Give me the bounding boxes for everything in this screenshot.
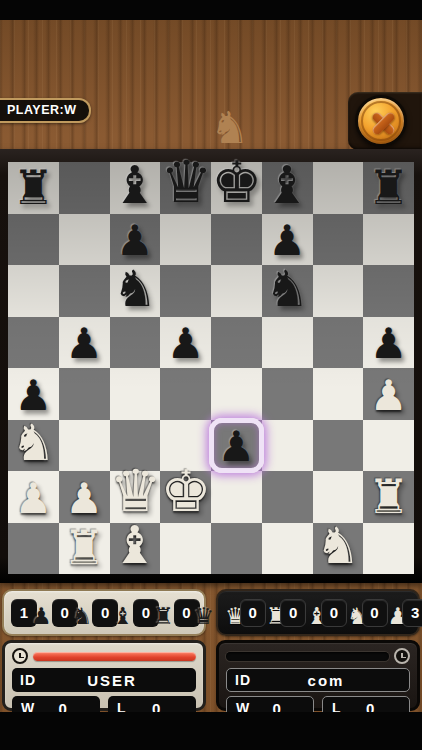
user-id-box: ID USER (12, 668, 196, 692)
square-c4[interactable] (110, 368, 161, 420)
square-a7[interactable] (8, 214, 59, 266)
square-c5[interactable] (110, 317, 161, 369)
square-g7[interactable] (313, 214, 364, 266)
user-name: USER (36, 672, 188, 689)
piece-white-n-a3[interactable]: ♞ (8, 418, 59, 468)
square-f1[interactable] (262, 523, 313, 575)
piece-black-n-f6[interactable]: ♞ (262, 264, 313, 314)
com-id-box: ID com (226, 668, 410, 692)
rook-icon: ♜ (153, 605, 174, 628)
captured-pawn-counter: ♟3 (388, 597, 422, 628)
piece-white-q-c2[interactable]: ♛ (110, 462, 161, 520)
piece-white-r-h2[interactable]: ♜ (363, 473, 414, 520)
square-h1[interactable] (363, 523, 414, 575)
square-f3[interactable] (262, 420, 313, 472)
captured-bishop-counter: 0♝ (92, 597, 133, 628)
captured-pawn-counter: 1♟ (11, 597, 52, 628)
square-h3[interactable] (363, 420, 414, 472)
piece-black-b-f8[interactable]: ♝ (262, 159, 313, 211)
square-d1[interactable] (160, 523, 211, 575)
captured-white-pieces-tray: ♛0♜0♝0♞0♟3 (216, 589, 420, 636)
square-h7[interactable] (363, 214, 414, 266)
captured-pawn-count: 3 (402, 599, 422, 627)
captured-rook-counter: 0♜ (133, 597, 174, 628)
square-b7[interactable] (59, 214, 110, 266)
captured-rook-count: 0 (280, 599, 306, 627)
square-d4[interactable] (160, 368, 211, 420)
captured-queen-counter: ♛0 (225, 597, 266, 628)
piece-black-p-f7[interactable]: ♟ (262, 220, 313, 262)
piece-white-r-b1[interactable]: ♜ (59, 524, 110, 571)
com-id-label: ID (235, 672, 251, 688)
piece-black-n-c6[interactable]: ♞ (110, 264, 161, 314)
square-f5[interactable] (262, 317, 313, 369)
user-id-label: ID (20, 672, 36, 688)
piece-black-q-d8[interactable]: ♛ (160, 153, 211, 211)
user-player-panel: ID USER W 0 L 0 (2, 640, 206, 711)
square-e1[interactable] (211, 523, 262, 575)
captured-knight-count: 0 (362, 599, 388, 627)
close-button[interactable] (355, 95, 407, 147)
piece-white-b-c1[interactable]: ♝ (110, 519, 161, 571)
captured-knight-counter: ♞0 (347, 597, 388, 628)
piece-white-n-g1[interactable]: ♞ (313, 521, 364, 571)
app-screen: PLAYER:W ♞ ♜♝♛♚♝♜♟♟♞♞♟♟♟♟♟♞♟♟♟♛♚♜♜♝♞ 1♟0… (0, 0, 422, 750)
chess-board[interactable]: ♜♝♛♚♝♜♟♟♞♞♟♟♟♟♟♞♟♟♟♛♚♜♜♝♞ (8, 162, 414, 574)
square-g3[interactable] (313, 420, 364, 472)
piece-black-r-a8[interactable]: ♜ (8, 164, 59, 211)
com-name: com (251, 672, 401, 689)
piece-black-p-a4[interactable]: ♟ (8, 375, 59, 417)
square-e7[interactable] (211, 214, 262, 266)
square-f4[interactable] (262, 368, 313, 420)
piece-black-r-h8[interactable]: ♜ (363, 164, 414, 211)
piece-black-p-e3[interactable]: ♟ (211, 426, 262, 468)
piece-white-p-h4[interactable]: ♟ (363, 375, 414, 417)
square-b3[interactable] (59, 420, 110, 472)
square-b4[interactable] (59, 368, 110, 420)
knight-icon: ♞ (72, 605, 93, 628)
captured-black-pieces-tray: 1♟0♞0♝0♜0♛ (2, 589, 206, 636)
piece-white-p-a2[interactable]: ♟ (8, 478, 59, 520)
piece-white-k-d2[interactable]: ♚ (160, 463, 211, 520)
clock-icon (12, 648, 28, 664)
square-a5[interactable] (8, 317, 59, 369)
square-g6[interactable] (313, 265, 364, 317)
square-g8[interactable] (313, 162, 364, 214)
square-h6[interactable] (363, 265, 414, 317)
square-d6[interactable] (160, 265, 211, 317)
piece-black-k-e8[interactable]: ♚ (211, 154, 262, 211)
square-e2[interactable] (211, 471, 262, 523)
square-g5[interactable] (313, 317, 364, 369)
piece-black-p-h5[interactable]: ♟ (363, 323, 414, 365)
captured-queen-count: 0 (240, 599, 266, 627)
queen-icon: ♛ (194, 605, 215, 628)
square-a1[interactable] (8, 523, 59, 575)
bishop-icon: ♝ (112, 605, 133, 628)
piece-black-p-c7[interactable]: ♟ (110, 220, 161, 262)
player-color-badge: PLAYER:W (0, 98, 91, 123)
square-e6[interactable] (211, 265, 262, 317)
com-time-bar (226, 652, 389, 661)
square-e5[interactable] (211, 317, 262, 369)
square-g2[interactable] (313, 471, 364, 523)
board-frame: ♜♝♛♚♝♜♟♟♞♞♟♟♟♟♟♞♟♟♟♛♚♜♜♝♞ (0, 149, 422, 583)
top-black-bar (0, 0, 422, 20)
square-b6[interactable] (59, 265, 110, 317)
square-a6[interactable] (8, 265, 59, 317)
piece-black-b-c8[interactable]: ♝ (110, 159, 161, 211)
piece-black-p-b5[interactable]: ♟ (59, 323, 110, 365)
user-time-bar (33, 652, 196, 661)
pawn-icon: ♟ (31, 605, 52, 628)
wooden-knight-decor-icon: ♞ (210, 106, 249, 150)
piece-white-p-b2[interactable]: ♟ (59, 478, 110, 520)
captured-bishop-counter: ♝0 (306, 597, 347, 628)
clock-icon (394, 648, 410, 664)
captured-queen-counter: 0♛ (174, 597, 215, 628)
com-player-panel: ID com W 0 L 0 (216, 640, 420, 711)
square-d7[interactable] (160, 214, 211, 266)
square-e4[interactable] (211, 368, 262, 420)
square-f2[interactable] (262, 471, 313, 523)
captured-knight-counter: 0♞ (52, 597, 93, 628)
square-g4[interactable] (313, 368, 364, 420)
captured-rook-counter: ♜0 (266, 597, 307, 628)
bottom-black-bar (0, 712, 422, 750)
piece-black-p-d5[interactable]: ♟ (160, 323, 211, 365)
square-b8[interactable] (59, 162, 110, 214)
captured-bishop-count: 0 (321, 599, 347, 627)
